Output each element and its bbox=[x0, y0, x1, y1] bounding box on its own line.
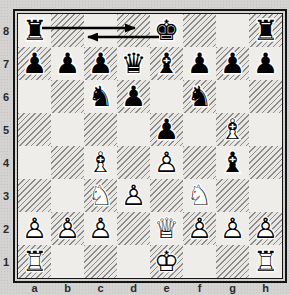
square-b5[interactable] bbox=[51, 113, 84, 146]
piece-black-pawn[interactable]: ♟♟ bbox=[84, 47, 117, 80]
piece-black-knight[interactable]: ♞♞ bbox=[183, 80, 216, 113]
square-h8[interactable]: ♜♜ bbox=[249, 14, 282, 47]
piece-black-pawn[interactable]: ♟♟ bbox=[183, 47, 216, 80]
white-bishop-icon: ♗ bbox=[84, 146, 117, 179]
piece-white-pawn[interactable]: ♟♙ bbox=[150, 146, 183, 179]
piece-black-pawn[interactable]: ♟♟ bbox=[216, 47, 249, 80]
square-a4[interactable] bbox=[18, 146, 51, 179]
black-knight-icon: ♞ bbox=[183, 80, 216, 113]
square-d4[interactable] bbox=[117, 146, 150, 179]
piece-white-pawn[interactable]: ♟♙ bbox=[183, 212, 216, 245]
square-f1[interactable] bbox=[183, 245, 216, 278]
square-h1[interactable]: ♜♖ bbox=[249, 245, 282, 278]
square-d2[interactable] bbox=[117, 212, 150, 245]
piece-white-pawn[interactable]: ♟♙ bbox=[216, 212, 249, 245]
square-c2[interactable]: ♟♙ bbox=[84, 212, 117, 245]
white-pawn-icon: ♙ bbox=[216, 212, 249, 245]
chess-diagram: 87654321 ♜♜♚♚♜♜♟♟♟♟♟♟♛♛♝♝♟♟♟♟♟♟♞♞♟♟♞♞♟♟♝… bbox=[0, 0, 290, 295]
square-a3[interactable] bbox=[18, 179, 51, 212]
square-c4[interactable]: ♝♗ bbox=[84, 146, 117, 179]
square-b1[interactable] bbox=[51, 245, 84, 278]
piece-black-pawn[interactable]: ♟♟ bbox=[117, 80, 150, 113]
piece-black-queen[interactable]: ♛♛ bbox=[117, 47, 150, 80]
piece-white-knight[interactable]: ♞♘ bbox=[84, 179, 117, 212]
piece-white-knight[interactable]: ♞♘ bbox=[183, 179, 216, 212]
square-e2[interactable]: ♛♕ bbox=[150, 212, 183, 245]
rank-label-6: 6 bbox=[0, 80, 12, 113]
square-h7[interactable]: ♟♟ bbox=[249, 47, 282, 80]
white-bishop-icon: ♗ bbox=[216, 113, 249, 146]
piece-black-bishop[interactable]: ♝♝ bbox=[216, 146, 249, 179]
square-h5[interactable] bbox=[249, 113, 282, 146]
square-f3[interactable]: ♞♘ bbox=[183, 179, 216, 212]
white-pawn-icon: ♙ bbox=[183, 212, 216, 245]
black-bishop-icon: ♝ bbox=[216, 146, 249, 179]
square-a5[interactable] bbox=[18, 113, 51, 146]
black-king-icon: ♚ bbox=[150, 14, 183, 47]
piece-white-rook[interactable]: ♜♖ bbox=[249, 245, 282, 278]
piece-black-pawn[interactable]: ♟♟ bbox=[51, 47, 84, 80]
black-pawn-icon: ♟ bbox=[117, 80, 150, 113]
square-c3[interactable]: ♞♘ bbox=[84, 179, 117, 212]
square-a1[interactable]: ♜♖ bbox=[18, 245, 51, 278]
piece-white-king[interactable]: ♚♔ bbox=[150, 245, 183, 278]
piece-white-pawn[interactable]: ♟♙ bbox=[51, 212, 84, 245]
black-pawn-icon: ♟ bbox=[150, 113, 183, 146]
square-g5[interactable]: ♝♗ bbox=[216, 113, 249, 146]
piece-black-king[interactable]: ♚♚ bbox=[150, 14, 183, 47]
black-queen-icon: ♛ bbox=[117, 47, 150, 80]
black-pawn-icon: ♟ bbox=[249, 47, 282, 80]
square-e7[interactable]: ♝♝ bbox=[150, 47, 183, 80]
file-label-h: h bbox=[249, 282, 282, 295]
square-b8[interactable] bbox=[51, 14, 84, 47]
white-knight-icon: ♘ bbox=[183, 179, 216, 212]
piece-white-rook[interactable]: ♜♖ bbox=[18, 245, 51, 278]
square-d5[interactable] bbox=[117, 113, 150, 146]
square-g3[interactable] bbox=[216, 179, 249, 212]
piece-black-pawn[interactable]: ♟♟ bbox=[18, 47, 51, 80]
file-label-d: d bbox=[117, 282, 150, 295]
square-e6[interactable] bbox=[150, 80, 183, 113]
square-f6[interactable]: ♞♞ bbox=[183, 80, 216, 113]
piece-white-bishop[interactable]: ♝♗ bbox=[216, 113, 249, 146]
square-c1[interactable] bbox=[84, 245, 117, 278]
board-inner: ♜♜♚♚♜♜♟♟♟♟♟♟♛♛♝♝♟♟♟♟♟♟♞♞♟♟♞♞♟♟♝♗♝♗♟♙♝♝♞♘… bbox=[17, 13, 283, 279]
file-label-b: b bbox=[51, 282, 84, 295]
square-c5[interactable] bbox=[84, 113, 117, 146]
piece-white-pawn[interactable]: ♟♙ bbox=[117, 179, 150, 212]
square-a2[interactable]: ♟♙ bbox=[18, 212, 51, 245]
square-e1[interactable]: ♚♔ bbox=[150, 245, 183, 278]
square-d1[interactable] bbox=[117, 245, 150, 278]
square-g4[interactable]: ♝♝ bbox=[216, 146, 249, 179]
rank-label-4: 4 bbox=[0, 146, 12, 179]
square-g7[interactable]: ♟♟ bbox=[216, 47, 249, 80]
white-rook-icon: ♖ bbox=[249, 245, 282, 278]
black-pawn-icon: ♟ bbox=[18, 47, 51, 80]
square-a7[interactable]: ♟♟ bbox=[18, 47, 51, 80]
white-pawn-icon: ♙ bbox=[117, 179, 150, 212]
square-g2[interactable]: ♟♙ bbox=[216, 212, 249, 245]
square-c6[interactable]: ♞♞ bbox=[84, 80, 117, 113]
white-pawn-icon: ♙ bbox=[51, 212, 84, 245]
black-knight-icon: ♞ bbox=[84, 80, 117, 113]
rank-label-8: 8 bbox=[0, 14, 12, 47]
black-pawn-icon: ♟ bbox=[84, 47, 117, 80]
piece-black-knight[interactable]: ♞♞ bbox=[84, 80, 117, 113]
file-label-g: g bbox=[216, 282, 249, 295]
square-f5[interactable] bbox=[183, 113, 216, 146]
square-h3[interactable] bbox=[249, 179, 282, 212]
square-f2[interactable]: ♟♙ bbox=[183, 212, 216, 245]
white-pawn-icon: ♙ bbox=[249, 212, 282, 245]
piece-black-pawn[interactable]: ♟♟ bbox=[150, 113, 183, 146]
piece-black-bishop[interactable]: ♝♝ bbox=[150, 47, 183, 80]
square-a6[interactable] bbox=[18, 80, 51, 113]
piece-black-rook[interactable]: ♜♜ bbox=[18, 14, 51, 47]
white-queen-icon: ♕ bbox=[150, 212, 183, 245]
square-e3[interactable] bbox=[150, 179, 183, 212]
square-e4[interactable]: ♟♙ bbox=[150, 146, 183, 179]
rank-labels: 87654321 bbox=[0, 14, 12, 278]
rank-label-5: 5 bbox=[0, 113, 12, 146]
square-d7[interactable]: ♛♛ bbox=[117, 47, 150, 80]
square-c8[interactable] bbox=[84, 14, 117, 47]
white-rook-icon: ♖ bbox=[18, 245, 51, 278]
file-labels: abcdefgh bbox=[18, 282, 282, 295]
white-king-icon: ♔ bbox=[150, 245, 183, 278]
piece-black-pawn[interactable]: ♟♟ bbox=[249, 47, 282, 80]
square-h4[interactable] bbox=[249, 146, 282, 179]
white-pawn-icon: ♙ bbox=[150, 146, 183, 179]
white-pawn-icon: ♙ bbox=[18, 212, 51, 245]
file-label-c: c bbox=[84, 282, 117, 295]
black-pawn-icon: ♟ bbox=[216, 47, 249, 80]
square-b2[interactable]: ♟♙ bbox=[51, 212, 84, 245]
piece-black-rook[interactable]: ♜♜ bbox=[249, 14, 282, 47]
square-a8[interactable]: ♜♜ bbox=[18, 14, 51, 47]
piece-white-bishop[interactable]: ♝♗ bbox=[84, 146, 117, 179]
rank-label-7: 7 bbox=[0, 47, 12, 80]
black-rook-icon: ♜ bbox=[249, 14, 282, 47]
square-b7[interactable]: ♟♟ bbox=[51, 47, 84, 80]
piece-white-pawn[interactable]: ♟♙ bbox=[18, 212, 51, 245]
square-g1[interactable] bbox=[216, 245, 249, 278]
square-g6[interactable] bbox=[216, 80, 249, 113]
piece-white-pawn[interactable]: ♟♙ bbox=[249, 212, 282, 245]
square-g8[interactable] bbox=[216, 14, 249, 47]
rank-label-3: 3 bbox=[0, 179, 12, 212]
black-bishop-icon: ♝ bbox=[150, 47, 183, 80]
square-d8[interactable] bbox=[117, 14, 150, 47]
square-e5[interactable]: ♟♟ bbox=[150, 113, 183, 146]
board-grid: ♜♜♚♚♜♜♟♟♟♟♟♟♛♛♝♝♟♟♟♟♟♟♞♞♟♟♞♞♟♟♝♗♝♗♟♙♝♝♞♘… bbox=[18, 14, 282, 278]
file-label-e: e bbox=[150, 282, 183, 295]
piece-white-queen[interactable]: ♛♕ bbox=[150, 212, 183, 245]
square-h6[interactable] bbox=[249, 80, 282, 113]
square-d3[interactable]: ♟♙ bbox=[117, 179, 150, 212]
black-pawn-icon: ♟ bbox=[183, 47, 216, 80]
rank-label-1: 1 bbox=[0, 245, 12, 278]
square-f7[interactable]: ♟♟ bbox=[183, 47, 216, 80]
square-f8[interactable] bbox=[183, 14, 216, 47]
square-h2[interactable]: ♟♙ bbox=[249, 212, 282, 245]
square-c7[interactable]: ♟♟ bbox=[84, 47, 117, 80]
square-b4[interactable] bbox=[51, 146, 84, 179]
white-knight-icon: ♘ bbox=[84, 179, 117, 212]
square-f4[interactable] bbox=[183, 146, 216, 179]
chess-board: ♜♜♚♚♜♜♟♟♟♟♟♟♛♛♝♝♟♟♟♟♟♟♞♞♟♟♞♞♟♟♝♗♝♗♟♙♝♝♞♘… bbox=[13, 9, 287, 283]
square-d6[interactable]: ♟♟ bbox=[117, 80, 150, 113]
square-e8[interactable]: ♚♚ bbox=[150, 14, 183, 47]
square-b3[interactable] bbox=[51, 179, 84, 212]
white-pawn-icon: ♙ bbox=[84, 212, 117, 245]
file-label-f: f bbox=[183, 282, 216, 295]
black-rook-icon: ♜ bbox=[18, 14, 51, 47]
piece-white-pawn[interactable]: ♟♙ bbox=[84, 212, 117, 245]
rank-label-2: 2 bbox=[0, 212, 12, 245]
file-label-a: a bbox=[18, 282, 51, 295]
square-b6[interactable] bbox=[51, 80, 84, 113]
black-pawn-icon: ♟ bbox=[51, 47, 84, 80]
